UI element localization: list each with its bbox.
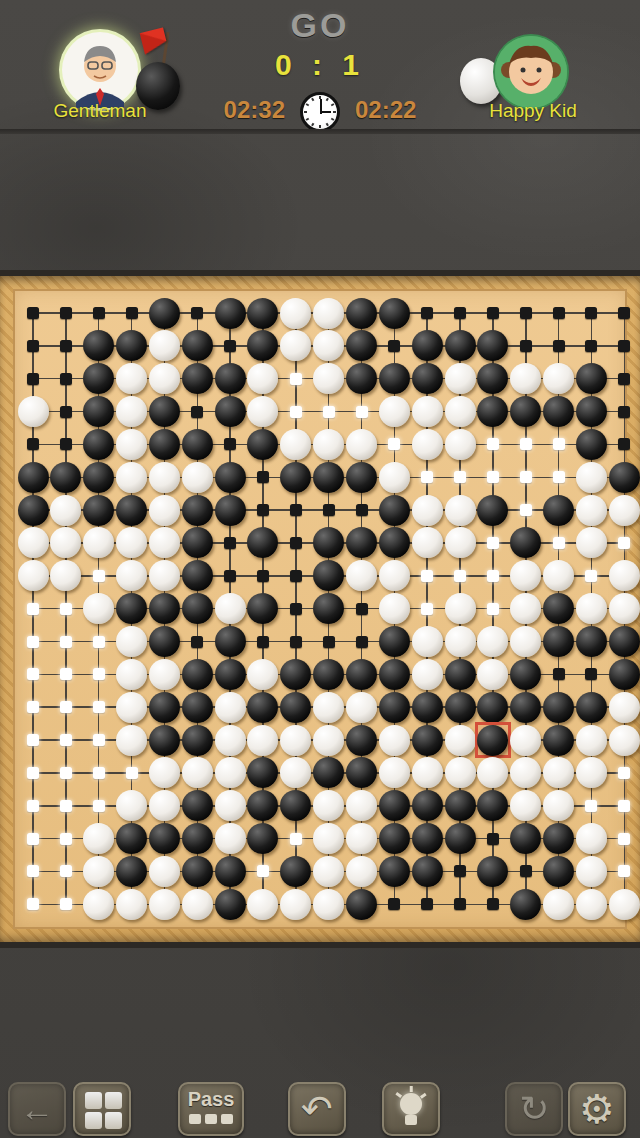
- empty-point[interactable]: [618, 373, 630, 385]
- black-stone: [182, 725, 213, 756]
- moves-grid-button[interactable]: [73, 1082, 131, 1136]
- black-stone: [247, 429, 278, 460]
- black-stone: [445, 692, 476, 723]
- white-stone: [445, 626, 476, 657]
- white-stone: [346, 560, 377, 591]
- empty-point[interactable]: [60, 865, 72, 877]
- black-stone: [510, 692, 541, 723]
- empty-point[interactable]: [520, 504, 532, 516]
- black-stone: [247, 790, 278, 821]
- clock-tick: [319, 96, 321, 99]
- empty-point[interactable]: [520, 438, 532, 450]
- black-stone: [543, 856, 574, 887]
- white-stone: [116, 659, 147, 690]
- white-stone: [543, 560, 574, 591]
- black-stone: [543, 626, 574, 657]
- black-stone: [247, 330, 278, 361]
- black-stone: [346, 298, 377, 329]
- black-stone: [247, 527, 278, 558]
- gear-icon: ⚙: [570, 1084, 624, 1134]
- white-stone: [83, 823, 114, 854]
- empty-point[interactable]: [27, 603, 39, 615]
- empty-point[interactable]: [585, 307, 597, 319]
- clock-icon: [300, 92, 340, 132]
- white-stone: [477, 659, 508, 690]
- black-stone: [280, 692, 311, 723]
- black-stone: [543, 823, 574, 854]
- white-stone: [477, 757, 508, 788]
- clock-tick: [311, 98, 314, 102]
- white-stone: [609, 560, 640, 591]
- black-stone: [280, 462, 311, 493]
- empty-point[interactable]: [93, 307, 105, 319]
- black-stone: [18, 495, 49, 526]
- empty-point[interactable]: [323, 406, 335, 418]
- empty-point[interactable]: [388, 340, 400, 352]
- empty-point[interactable]: [191, 636, 203, 648]
- white-stone: [313, 856, 344, 887]
- black-stone: [445, 790, 476, 821]
- white-stone: [18, 560, 49, 591]
- white-stone: [280, 889, 311, 920]
- empty-point[interactable]: [618, 767, 630, 779]
- black-stone: [215, 889, 246, 920]
- white-stone: [247, 363, 278, 394]
- empty-point[interactable]: [93, 701, 105, 713]
- black-stone: [346, 330, 377, 361]
- white-stone: [280, 757, 311, 788]
- settings-button[interactable]: ⚙: [568, 1082, 626, 1136]
- black-stone: [149, 823, 180, 854]
- empty-point[interactable]: [553, 537, 565, 549]
- white-stone: [247, 396, 278, 427]
- back-button[interactable]: ←: [8, 1082, 66, 1136]
- white-stone: [313, 725, 344, 756]
- black-stone: [215, 659, 246, 690]
- white-stone: [313, 330, 344, 361]
- empty-point[interactable]: [27, 833, 39, 845]
- black-stone: [609, 462, 640, 493]
- white-stone: [313, 692, 344, 723]
- white-stone: [280, 298, 311, 329]
- empty-point[interactable]: [93, 570, 105, 582]
- empty-point[interactable]: [388, 438, 400, 450]
- timer-black: 02:32: [224, 96, 285, 124]
- black-stone: [379, 659, 410, 690]
- empty-point[interactable]: [27, 734, 39, 746]
- white-stone: [83, 527, 114, 558]
- white-stone: [576, 495, 607, 526]
- empty-point[interactable]: [224, 537, 236, 549]
- black-stone: [182, 823, 213, 854]
- app-background: GO 0 : 1 02:32 02:22 Gentleman: [0, 0, 640, 1138]
- empty-point[interactable]: [257, 865, 269, 877]
- white-stone: [477, 626, 508, 657]
- white-stone: [83, 856, 114, 887]
- black-stone: [280, 659, 311, 690]
- empty-point[interactable]: [553, 668, 565, 680]
- white-stone: [116, 527, 147, 558]
- happy-kid-face-icon: [495, 36, 567, 108]
- empty-point[interactable]: [27, 438, 39, 450]
- empty-point[interactable]: [388, 898, 400, 910]
- white-stone: [215, 823, 246, 854]
- empty-point[interactable]: [27, 701, 39, 713]
- white-stone: [149, 363, 180, 394]
- empty-point[interactable]: [191, 307, 203, 319]
- clock-tick: [326, 98, 329, 102]
- black-stone: [510, 889, 541, 920]
- black-stone: [379, 298, 410, 329]
- white-stone: [18, 396, 49, 427]
- empty-point[interactable]: [553, 438, 565, 450]
- gentleman-face-icon: [62, 32, 138, 108]
- empty-point[interactable]: [126, 767, 138, 779]
- black-stone: [412, 725, 443, 756]
- empty-point[interactable]: [618, 833, 630, 845]
- white-stone: [576, 889, 607, 920]
- clock-tick: [331, 103, 335, 106]
- empty-point[interactable]: [618, 438, 630, 450]
- empty-point[interactable]: [421, 570, 433, 582]
- black-stone: [83, 429, 114, 460]
- empty-point[interactable]: [27, 898, 39, 910]
- white-stone: [510, 757, 541, 788]
- empty-point[interactable]: [257, 636, 269, 648]
- empty-point[interactable]: [618, 340, 630, 352]
- black-stone: [379, 856, 410, 887]
- black-stone: [510, 396, 541, 427]
- empty-point[interactable]: [27, 767, 39, 779]
- black-stone: [379, 363, 410, 394]
- empty-point[interactable]: [93, 636, 105, 648]
- empty-point[interactable]: [290, 373, 302, 385]
- black-stone: [215, 495, 246, 526]
- black-stone: [412, 363, 443, 394]
- white-stone: [149, 495, 180, 526]
- empty-point[interactable]: [356, 603, 368, 615]
- empty-point[interactable]: [421, 471, 433, 483]
- white-stone: [510, 790, 541, 821]
- black-stone: [346, 889, 377, 920]
- white-stone: [149, 527, 180, 558]
- empty-point[interactable]: [421, 307, 433, 319]
- black-stone: [477, 692, 508, 723]
- white-stone: [83, 889, 114, 920]
- empty-point[interactable]: [60, 800, 72, 812]
- white-stone: [149, 790, 180, 821]
- empty-point[interactable]: [618, 406, 630, 418]
- white-stone: [149, 659, 180, 690]
- empty-point[interactable]: [60, 833, 72, 845]
- empty-point[interactable]: [257, 504, 269, 516]
- black-stone: [215, 396, 246, 427]
- white-stone: [346, 692, 377, 723]
- white-stone: [576, 593, 607, 624]
- white-stone: [182, 889, 213, 920]
- white-stone: [313, 298, 344, 329]
- clock-tick: [304, 111, 307, 113]
- white-stone: [445, 429, 476, 460]
- black-stone: [182, 692, 213, 723]
- white-stone: [313, 790, 344, 821]
- clock-tick: [311, 123, 314, 127]
- white-stone: [576, 757, 607, 788]
- empty-point[interactable]: [93, 767, 105, 779]
- black-stone: [445, 659, 476, 690]
- white-stone: [116, 626, 147, 657]
- empty-point[interactable]: [60, 340, 72, 352]
- empty-point[interactable]: [257, 471, 269, 483]
- empty-point[interactable]: [60, 406, 72, 418]
- black-stone: [576, 429, 607, 460]
- white-stone: [116, 429, 147, 460]
- black-stone: [182, 363, 213, 394]
- white-stone: [149, 560, 180, 591]
- black-stone: [477, 363, 508, 394]
- empty-point[interactable]: [454, 865, 466, 877]
- black-stone: [182, 429, 213, 460]
- empty-point[interactable]: [487, 833, 499, 845]
- empty-point[interactable]: [487, 307, 499, 319]
- empty-point[interactable]: [585, 340, 597, 352]
- black-stone: [543, 725, 574, 756]
- clock-tick: [306, 103, 310, 106]
- empty-point[interactable]: [60, 767, 72, 779]
- white-stone: [510, 593, 541, 624]
- empty-point[interactable]: [585, 800, 597, 812]
- top-bar: GO 0 : 1 02:32 02:22 Gentleman: [0, 0, 640, 130]
- empty-point[interactable]: [60, 603, 72, 615]
- empty-point[interactable]: [27, 373, 39, 385]
- black-stone: [543, 692, 574, 723]
- empty-point[interactable]: [553, 471, 565, 483]
- empty-point[interactable]: [60, 373, 72, 385]
- empty-point[interactable]: [27, 636, 39, 648]
- black-stone: [445, 823, 476, 854]
- empty-point[interactable]: [126, 307, 138, 319]
- black-stone: [247, 692, 278, 723]
- white-stone: [543, 757, 574, 788]
- empty-point[interactable]: [487, 603, 499, 615]
- white-stone: [576, 527, 607, 558]
- white-stone: [346, 823, 377, 854]
- empty-point[interactable]: [60, 636, 72, 648]
- player-avatar-happy-kid[interactable]: [495, 36, 567, 108]
- black-stone: [379, 527, 410, 558]
- empty-point[interactable]: [487, 438, 499, 450]
- empty-point[interactable]: [553, 340, 565, 352]
- white-stone: [379, 593, 410, 624]
- empty-point[interactable]: [356, 636, 368, 648]
- empty-point[interactable]: [60, 438, 72, 450]
- black-stone: [182, 790, 213, 821]
- go-board[interactable]: [0, 270, 640, 948]
- bulb-icon: [400, 1093, 422, 1115]
- empty-point[interactable]: [520, 865, 532, 877]
- empty-point[interactable]: [290, 537, 302, 549]
- empty-point[interactable]: [454, 570, 466, 582]
- empty-point[interactable]: [224, 438, 236, 450]
- clock-tick: [306, 118, 310, 121]
- white-stone: [445, 757, 476, 788]
- white-stone: [149, 757, 180, 788]
- empty-point[interactable]: [553, 307, 565, 319]
- black-stone: [182, 330, 213, 361]
- empty-point[interactable]: [454, 471, 466, 483]
- empty-point[interactable]: [60, 307, 72, 319]
- black-stone: [215, 298, 246, 329]
- empty-point[interactable]: [520, 307, 532, 319]
- black-stone: [346, 363, 377, 394]
- white-stone: [576, 725, 607, 756]
- empty-point[interactable]: [290, 504, 302, 516]
- black-stone: [510, 659, 541, 690]
- empty-point[interactable]: [93, 734, 105, 746]
- empty-point[interactable]: [323, 636, 335, 648]
- black-stone: [149, 725, 180, 756]
- empty-point[interactable]: [356, 504, 368, 516]
- white-stone: [412, 757, 443, 788]
- empty-point[interactable]: [290, 570, 302, 582]
- empty-point[interactable]: [27, 307, 39, 319]
- black-stone: [379, 495, 410, 526]
- empty-point[interactable]: [520, 340, 532, 352]
- black-stone: [247, 823, 278, 854]
- empty-point[interactable]: [421, 898, 433, 910]
- empty-point[interactable]: [27, 865, 39, 877]
- white-stone: [576, 856, 607, 887]
- black-stone: [412, 692, 443, 723]
- empty-point[interactable]: [290, 603, 302, 615]
- black-stone: [313, 659, 344, 690]
- white-stone: [149, 462, 180, 493]
- black-stone: [543, 396, 574, 427]
- hint-button[interactable]: [382, 1082, 440, 1136]
- empty-point[interactable]: [290, 833, 302, 845]
- black-stone: [346, 725, 377, 756]
- white-stone: [346, 856, 377, 887]
- black-stone: [379, 692, 410, 723]
- white-stone: [215, 593, 246, 624]
- pass-button[interactable]: Pass: [178, 1082, 244, 1136]
- black-stone: [83, 363, 114, 394]
- empty-point[interactable]: [585, 668, 597, 680]
- black-stone: [346, 659, 377, 690]
- empty-point[interactable]: [487, 570, 499, 582]
- empty-point[interactable]: [323, 504, 335, 516]
- empty-point[interactable]: [60, 668, 72, 680]
- empty-point[interactable]: [60, 701, 72, 713]
- white-stone: [543, 363, 574, 394]
- white-stone: [215, 757, 246, 788]
- black-stone: [116, 330, 147, 361]
- white-stone: [412, 527, 443, 558]
- empty-point[interactable]: [93, 800, 105, 812]
- empty-point[interactable]: [487, 537, 499, 549]
- empty-point[interactable]: [585, 570, 597, 582]
- white-stone: [609, 889, 640, 920]
- empty-point[interactable]: [60, 898, 72, 910]
- black-stone: [609, 659, 640, 690]
- white-stone: [116, 692, 147, 723]
- empty-point[interactable]: [224, 340, 236, 352]
- black-stone: [149, 593, 180, 624]
- empty-point[interactable]: [618, 537, 630, 549]
- black-stone: [543, 495, 574, 526]
- empty-point[interactable]: [224, 570, 236, 582]
- black-stone: [215, 626, 246, 657]
- white-stone: [346, 790, 377, 821]
- empty-point[interactable]: [618, 800, 630, 812]
- black-stone: [215, 462, 246, 493]
- black-stone: [280, 856, 311, 887]
- empty-point[interactable]: [93, 668, 105, 680]
- grid-icon: [105, 1112, 122, 1129]
- white-stone: [116, 790, 147, 821]
- black-stone: [116, 823, 147, 854]
- empty-point[interactable]: [27, 668, 39, 680]
- empty-point[interactable]: [257, 570, 269, 582]
- white-stone: [510, 725, 541, 756]
- empty-point[interactable]: [487, 898, 499, 910]
- empty-point[interactable]: [421, 603, 433, 615]
- empty-point[interactable]: [454, 307, 466, 319]
- undo-button[interactable]: ↶: [288, 1082, 346, 1136]
- empty-point[interactable]: [520, 471, 532, 483]
- bulb-icon: [420, 1093, 426, 1098]
- black-stone: [576, 363, 607, 394]
- black-stone: [50, 462, 81, 493]
- white-stone: [445, 495, 476, 526]
- white-stone: [609, 593, 640, 624]
- white-stone: [445, 725, 476, 756]
- player-avatar-gentleman[interactable]: [62, 32, 138, 108]
- grid-icon: [85, 1112, 102, 1129]
- black-stone: [313, 560, 344, 591]
- empty-point[interactable]: [454, 898, 466, 910]
- white-stone: [609, 692, 640, 723]
- black-stone: [510, 823, 541, 854]
- empty-point[interactable]: [290, 636, 302, 648]
- empty-point[interactable]: [487, 471, 499, 483]
- empty-point[interactable]: [618, 307, 630, 319]
- empty-point[interactable]: [191, 406, 203, 418]
- black-stone: [477, 495, 508, 526]
- black-stone: [149, 429, 180, 460]
- empty-point[interactable]: [290, 406, 302, 418]
- white-stone: [215, 790, 246, 821]
- empty-point[interactable]: [356, 406, 368, 418]
- white-stone: [412, 429, 443, 460]
- empty-point[interactable]: [618, 865, 630, 877]
- black-stone: [313, 757, 344, 788]
- clock-tick: [319, 125, 321, 128]
- empty-point[interactable]: [27, 800, 39, 812]
- sync-icon: ↻: [507, 1084, 561, 1134]
- black-stone: [247, 593, 278, 624]
- black-stone: [182, 495, 213, 526]
- white-stone: [116, 725, 147, 756]
- white-stone: [116, 396, 147, 427]
- undo-icon: ↶: [290, 1084, 344, 1134]
- empty-point[interactable]: [27, 340, 39, 352]
- empty-point[interactable]: [60, 734, 72, 746]
- white-stone: [445, 527, 476, 558]
- white-stone: [149, 330, 180, 361]
- white-stone: [379, 396, 410, 427]
- sync-button[interactable]: ↻: [505, 1082, 563, 1136]
